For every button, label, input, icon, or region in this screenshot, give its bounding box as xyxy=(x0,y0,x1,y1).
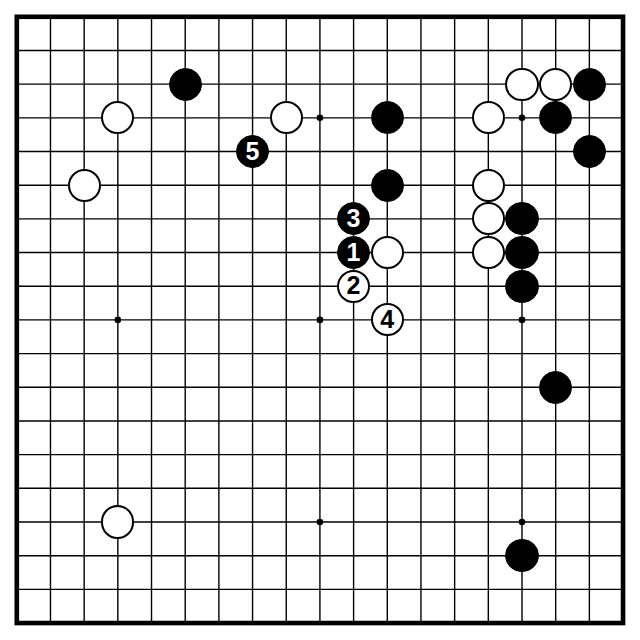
white-stone xyxy=(472,236,505,269)
white-stone xyxy=(472,101,505,134)
black-stone xyxy=(169,68,202,101)
black-stone xyxy=(505,236,538,269)
white-stone xyxy=(101,101,134,134)
black-stone xyxy=(371,169,404,202)
black-stone xyxy=(539,101,572,134)
stones-layer: 53124 xyxy=(0,0,640,640)
white-stone xyxy=(371,236,404,269)
black-stone xyxy=(505,539,538,572)
white-stone xyxy=(68,169,101,202)
white-stone xyxy=(472,169,505,202)
move-4-white-stone: 4 xyxy=(371,303,404,336)
move-2-white-stone: 2 xyxy=(337,270,370,303)
black-stone xyxy=(573,68,606,101)
black-stone xyxy=(505,202,538,235)
black-stone xyxy=(505,270,538,303)
white-stone xyxy=(270,101,303,134)
move-5-black-stone: 5 xyxy=(236,135,269,168)
move-1-black-stone: 1 xyxy=(337,236,370,269)
white-stone xyxy=(539,68,572,101)
white-stone xyxy=(101,505,134,538)
black-stone xyxy=(371,101,404,134)
go-board: 53124 xyxy=(0,0,640,640)
black-stone xyxy=(573,135,606,168)
black-stone xyxy=(539,371,572,404)
move-3-black-stone: 3 xyxy=(337,202,370,235)
white-stone xyxy=(505,68,538,101)
white-stone xyxy=(472,202,505,235)
